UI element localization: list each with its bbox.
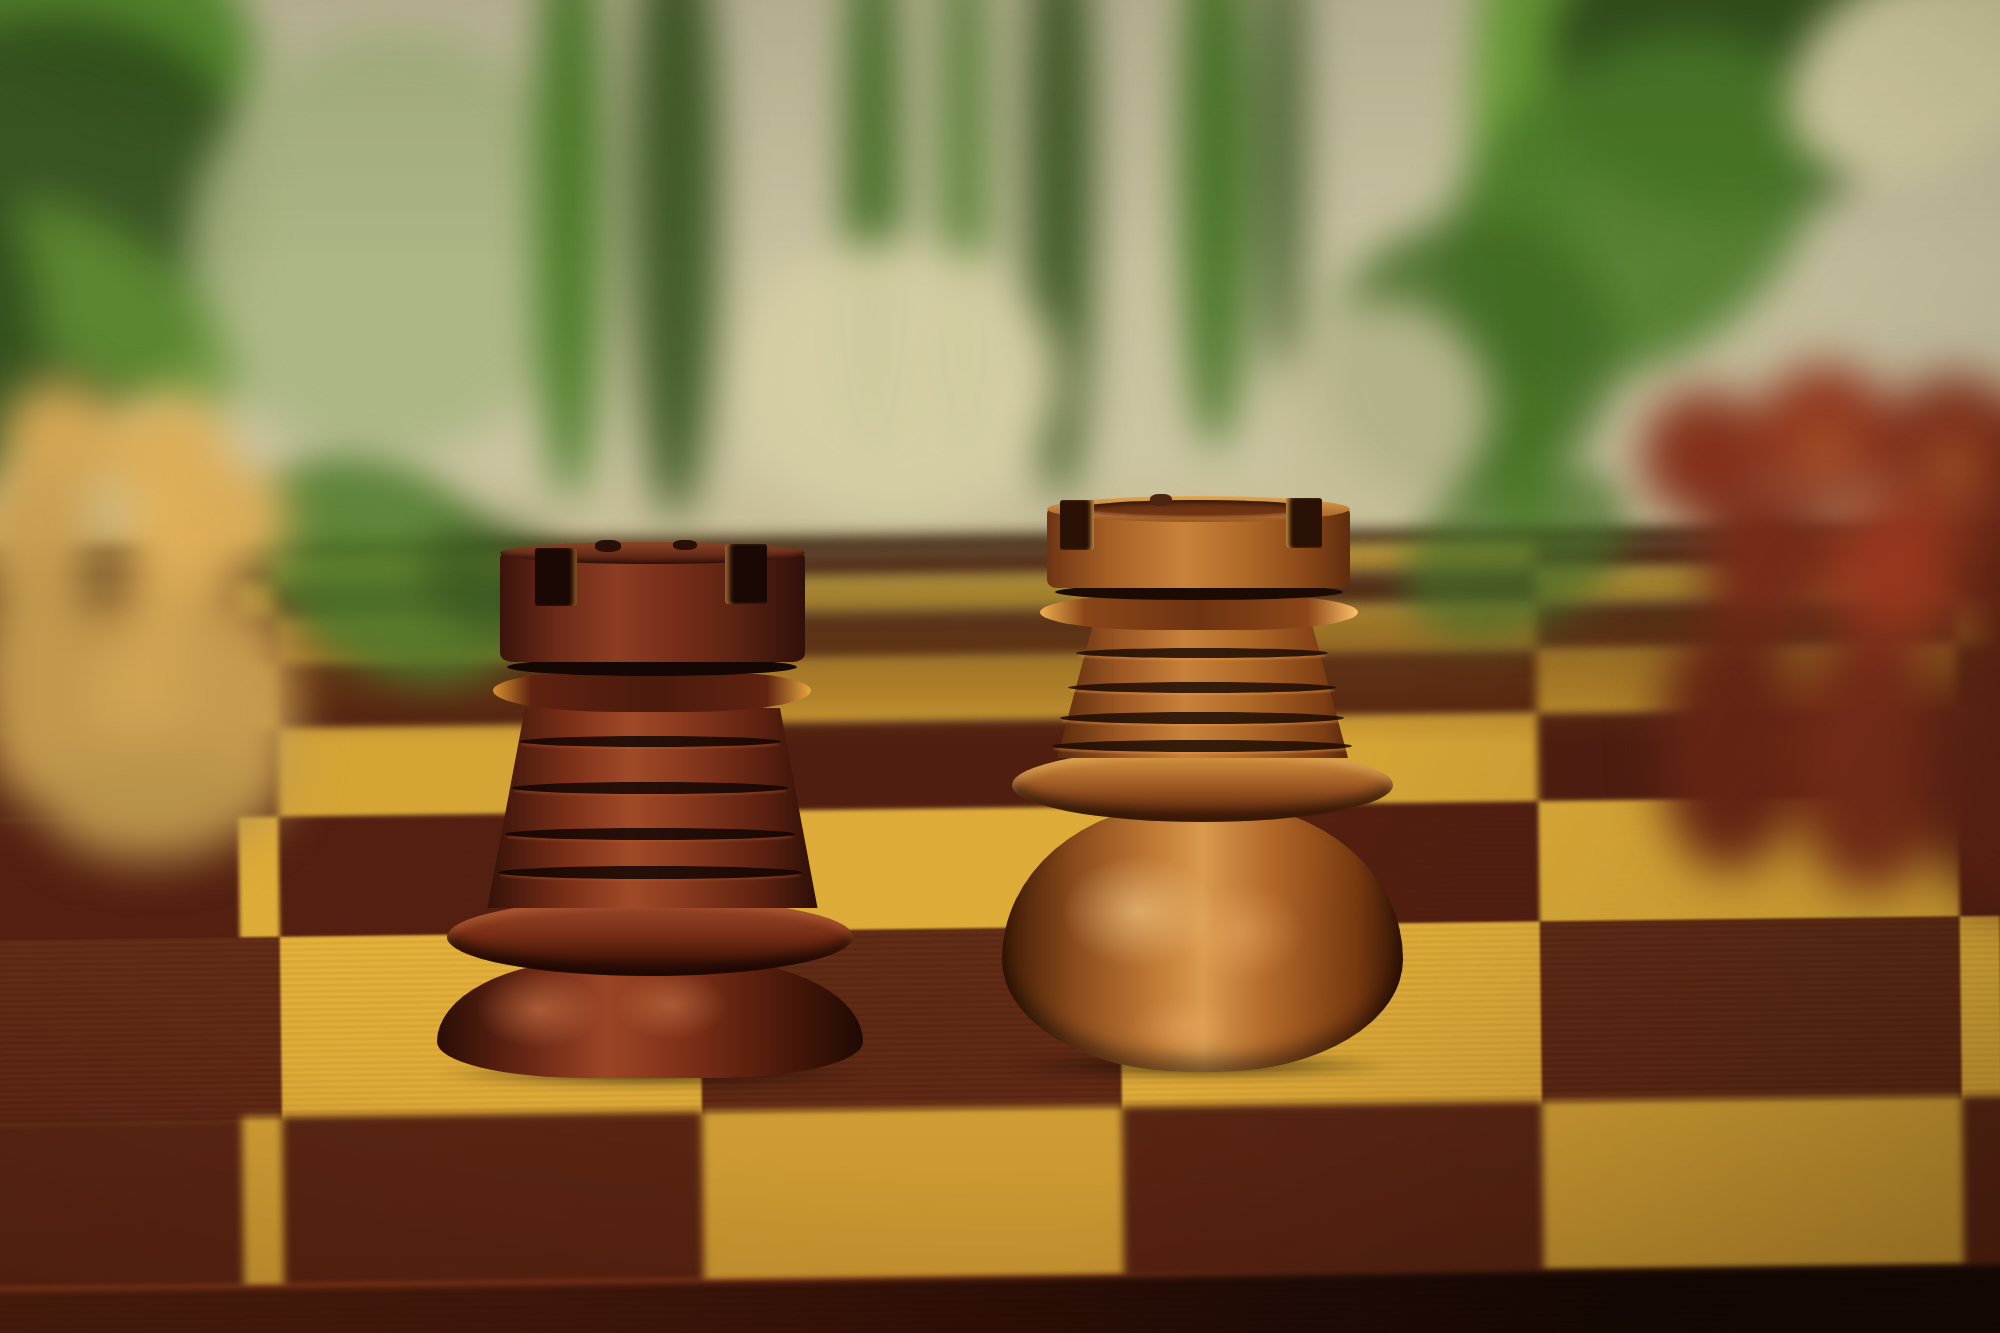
black-rook[interactable]: ♜ c4 bbox=[425, 540, 875, 1090]
photo-scene: ♜ c4 ♖ e4 bbox=[0, 0, 2000, 1333]
black-rook-crenel-notch bbox=[535, 548, 577, 606]
blurred-piece-highlight bbox=[1805, 430, 1845, 470]
black-rook-crenel-notch bbox=[725, 544, 767, 604]
black-rook-collar bbox=[493, 672, 811, 712]
blurred-piece-highlight bbox=[1930, 445, 1975, 490]
black-rook-groove bbox=[498, 866, 802, 879]
white-rook-crenel-notch bbox=[1286, 498, 1322, 548]
blurred-piece bbox=[1660, 620, 1800, 870]
white-rook-groove bbox=[1076, 648, 1328, 658]
white-rook[interactable]: ♖ e4 bbox=[1000, 496, 1405, 1081]
white-rook-turret-bowl bbox=[1078, 500, 1318, 518]
white-rook-groove bbox=[1060, 712, 1344, 724]
black-rook-crenel-notch-back bbox=[595, 540, 621, 552]
white-rook-base-bell bbox=[1002, 804, 1403, 1072]
white-rook-groove bbox=[1068, 682, 1336, 693]
blurred-piece bbox=[1795, 630, 1945, 890]
blurred-piece bbox=[1700, 495, 1835, 635]
white-rook-base-ring bbox=[1012, 748, 1393, 822]
white-rook-crenel-notch bbox=[1060, 500, 1094, 550]
black-rook-groove bbox=[505, 828, 795, 840]
black-rook-base-bell bbox=[437, 960, 863, 1078]
black-rook-groove bbox=[519, 736, 781, 747]
black-rook-base-ring bbox=[447, 898, 853, 976]
blurred-piece bbox=[1825, 495, 1970, 645]
black-rook-crenel-notch-back bbox=[673, 540, 697, 550]
white-rook-groove bbox=[1052, 740, 1352, 752]
white-rook-crenel-notch-back bbox=[1150, 494, 1172, 506]
black-rook-groove bbox=[512, 782, 788, 794]
blurred-piece bbox=[1925, 645, 2000, 905]
white-rook-collar bbox=[1040, 596, 1358, 630]
